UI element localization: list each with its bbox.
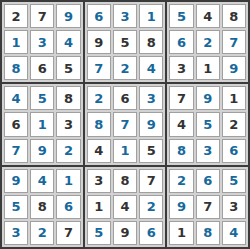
cell-r8c5[interactable]: 4 — [113, 195, 137, 219]
sudoku-box: 941586327 — [2, 167, 83, 247]
cell-r4c7[interactable]: 7 — [169, 86, 193, 110]
cell-r7c7[interactable]: 2 — [169, 169, 193, 193]
cell-r6c8[interactable]: 3 — [196, 139, 220, 163]
cell-r2c2[interactable]: 3 — [30, 30, 54, 54]
cell-r8c7[interactable]: 9 — [169, 195, 193, 219]
sudoku-box: 279134865 — [2, 2, 83, 82]
cell-r9c4[interactable]: 5 — [87, 221, 111, 245]
cell-r7c6[interactable]: 7 — [139, 169, 163, 193]
cell-r5c1[interactable]: 6 — [4, 112, 28, 136]
cell-r2c8[interactable]: 2 — [196, 30, 220, 54]
cell-r5c8[interactable]: 5 — [196, 112, 220, 136]
cell-r5c2[interactable]: 1 — [30, 112, 54, 136]
cell-r2c6[interactable]: 8 — [139, 30, 163, 54]
cell-r8c3[interactable]: 6 — [56, 195, 80, 219]
sudoku-box: 265973184 — [167, 167, 248, 247]
cell-r8c9[interactable]: 3 — [222, 195, 246, 219]
cell-r2c7[interactable]: 6 — [169, 30, 193, 54]
cell-r5c5[interactable]: 7 — [113, 112, 137, 136]
cell-r4c4[interactable]: 2 — [87, 86, 111, 110]
cell-r7c5[interactable]: 8 — [113, 169, 137, 193]
cell-r5c3[interactable]: 3 — [56, 112, 80, 136]
cell-r7c8[interactable]: 6 — [196, 169, 220, 193]
cell-r2c4[interactable]: 9 — [87, 30, 111, 54]
cell-r3c2[interactable]: 6 — [30, 56, 54, 80]
sudoku-board: 279134865 631958724 548627319 458613792 … — [0, 0, 250, 249]
cell-r4c1[interactable]: 4 — [4, 86, 28, 110]
sudoku-box: 387142596 — [85, 167, 166, 247]
cell-r1c2[interactable]: 7 — [30, 4, 54, 28]
cell-r3c4[interactable]: 7 — [87, 56, 111, 80]
sudoku-box: 548627319 — [167, 2, 248, 82]
cell-r5c7[interactable]: 4 — [169, 112, 193, 136]
cell-r3c5[interactable]: 2 — [113, 56, 137, 80]
cell-r4c3[interactable]: 8 — [56, 86, 80, 110]
cell-r9c7[interactable]: 1 — [169, 221, 193, 245]
cell-r3c8[interactable]: 1 — [196, 56, 220, 80]
cell-r8c4[interactable]: 1 — [87, 195, 111, 219]
cell-r9c8[interactable]: 8 — [196, 221, 220, 245]
cell-r3c6[interactable]: 4 — [139, 56, 163, 80]
cell-r1c1[interactable]: 2 — [4, 4, 28, 28]
sudoku-box: 263879415 — [85, 84, 166, 164]
cell-r8c2[interactable]: 8 — [30, 195, 54, 219]
cell-r6c3[interactable]: 2 — [56, 139, 80, 163]
cell-r1c6[interactable]: 1 — [139, 4, 163, 28]
cell-r3c7[interactable]: 3 — [169, 56, 193, 80]
cell-r2c5[interactable]: 5 — [113, 30, 137, 54]
cell-r9c2[interactable]: 2 — [30, 221, 54, 245]
cell-r1c3[interactable]: 9 — [56, 4, 80, 28]
cell-r6c7[interactable]: 8 — [169, 139, 193, 163]
cell-r2c1[interactable]: 1 — [4, 30, 28, 54]
cell-r9c9[interactable]: 4 — [222, 221, 246, 245]
cell-r7c9[interactable]: 5 — [222, 169, 246, 193]
cell-r7c4[interactable]: 3 — [87, 169, 111, 193]
cell-r8c1[interactable]: 5 — [4, 195, 28, 219]
cell-r9c6[interactable]: 6 — [139, 221, 163, 245]
cell-r5c9[interactable]: 2 — [222, 112, 246, 136]
cell-r9c5[interactable]: 9 — [113, 221, 137, 245]
sudoku-box: 631958724 — [85, 2, 166, 82]
cell-r7c1[interactable]: 9 — [4, 169, 28, 193]
cell-r2c3[interactable]: 4 — [56, 30, 80, 54]
cell-r5c6[interactable]: 9 — [139, 112, 163, 136]
cell-r6c2[interactable]: 9 — [30, 139, 54, 163]
cell-r4c6[interactable]: 3 — [139, 86, 163, 110]
cell-r3c3[interactable]: 5 — [56, 56, 80, 80]
sudoku-box: 791452836 — [167, 84, 248, 164]
cell-r1c7[interactable]: 5 — [169, 4, 193, 28]
cell-r1c5[interactable]: 3 — [113, 4, 137, 28]
cell-r6c1[interactable]: 7 — [4, 139, 28, 163]
cell-r2c9[interactable]: 7 — [222, 30, 246, 54]
cell-r4c2[interactable]: 5 — [30, 86, 54, 110]
cell-r8c6[interactable]: 2 — [139, 195, 163, 219]
cell-r9c1[interactable]: 3 — [4, 221, 28, 245]
cell-r6c4[interactable]: 4 — [87, 139, 111, 163]
cell-r5c4[interactable]: 8 — [87, 112, 111, 136]
cell-r6c5[interactable]: 1 — [113, 139, 137, 163]
cell-r7c2[interactable]: 4 — [30, 169, 54, 193]
cell-r1c9[interactable]: 8 — [222, 4, 246, 28]
cell-r7c3[interactable]: 1 — [56, 169, 80, 193]
cell-r4c8[interactable]: 9 — [196, 86, 220, 110]
cell-r1c4[interactable]: 6 — [87, 4, 111, 28]
sudoku-box: 458613792 — [2, 84, 83, 164]
cell-r4c5[interactable]: 6 — [113, 86, 137, 110]
cell-r9c3[interactable]: 7 — [56, 221, 80, 245]
cell-r8c8[interactable]: 7 — [196, 195, 220, 219]
cell-r3c1[interactable]: 8 — [4, 56, 28, 80]
cell-r1c8[interactable]: 4 — [196, 4, 220, 28]
cell-r6c6[interactable]: 5 — [139, 139, 163, 163]
cell-r3c9[interactable]: 9 — [222, 56, 246, 80]
cell-r4c9[interactable]: 1 — [222, 86, 246, 110]
cell-r6c9[interactable]: 6 — [222, 139, 246, 163]
